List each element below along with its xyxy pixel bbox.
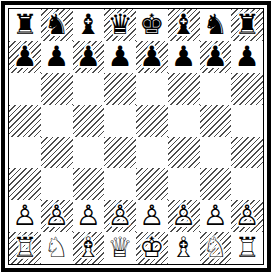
white-pawn: ♙ [108,202,133,230]
black-pawn: ♟ [12,43,37,71]
square-f1[interactable]: ♗ [168,232,200,264]
square-h4[interactable] [231,137,263,169]
square-g3[interactable] [200,168,232,200]
square-c1[interactable]: ♗ [73,232,105,264]
black-pawn: ♟ [139,43,164,71]
black-pawn: ♟ [44,43,69,71]
white-pawn: ♙ [12,202,37,230]
black-bishop: ♝ [171,11,196,39]
black-rook: ♜ [12,11,37,39]
white-pawn: ♙ [76,202,101,230]
square-d5[interactable] [104,105,136,137]
white-knight: ♘ [44,234,69,262]
black-knight: ♞ [44,11,69,39]
white-rook: ♖ [12,234,37,262]
square-b6[interactable] [41,73,73,105]
square-e8[interactable]: ♚ [136,9,168,41]
square-a8[interactable]: ♜ [9,9,41,41]
square-b1[interactable]: ♘ [41,232,73,264]
square-c3[interactable] [73,168,105,200]
square-g6[interactable] [200,73,232,105]
square-c8[interactable]: ♝ [73,9,105,41]
black-rook: ♜ [235,11,260,39]
black-knight: ♞ [203,11,228,39]
square-e5[interactable] [136,105,168,137]
square-b7[interactable]: ♟ [41,41,73,73]
square-c2[interactable]: ♙ [73,200,105,232]
square-c7[interactable]: ♟ [73,41,105,73]
white-queen: ♕ [108,234,133,262]
chess-board: ♜♞♝♛♚♝♞♜♟♟♟♟♟♟♟♟♙♙♙♙♙♙♙♙♖♘♗♕♔♗♘♖ [9,9,263,264]
square-f2[interactable]: ♙ [168,200,200,232]
square-f6[interactable] [168,73,200,105]
square-e3[interactable] [136,168,168,200]
square-h8[interactable]: ♜ [231,9,263,41]
square-a1[interactable]: ♖ [9,232,41,264]
white-rook: ♖ [235,234,260,262]
square-a5[interactable] [9,105,41,137]
square-b3[interactable] [41,168,73,200]
square-f5[interactable] [168,105,200,137]
square-b8[interactable]: ♞ [41,9,73,41]
square-g4[interactable] [200,137,232,169]
square-b4[interactable] [41,137,73,169]
square-h7[interactable]: ♟ [231,41,263,73]
square-a6[interactable] [9,73,41,105]
square-g5[interactable] [200,105,232,137]
black-pawn: ♟ [108,43,133,71]
square-h1[interactable]: ♖ [231,232,263,264]
black-bishop: ♝ [76,11,101,39]
square-g1[interactable]: ♘ [200,232,232,264]
white-knight: ♘ [203,234,228,262]
white-pawn: ♙ [235,202,260,230]
square-a2[interactable]: ♙ [9,200,41,232]
black-king: ♚ [139,11,164,39]
square-d4[interactable] [104,137,136,169]
square-b5[interactable] [41,105,73,137]
square-e2[interactable]: ♙ [136,200,168,232]
square-h6[interactable] [231,73,263,105]
board-outer-frame: ♜♞♝♛♚♝♞♜♟♟♟♟♟♟♟♟♙♙♙♙♙♙♙♙♖♘♗♕♔♗♘♖ [1,1,271,272]
white-pawn: ♙ [203,202,228,230]
black-pawn: ♟ [235,43,260,71]
square-a3[interactable] [9,168,41,200]
square-a7[interactable]: ♟ [9,41,41,73]
white-pawn: ♙ [171,202,196,230]
square-d2[interactable]: ♙ [104,200,136,232]
square-e1[interactable]: ♔ [136,232,168,264]
square-h2[interactable]: ♙ [231,200,263,232]
square-c5[interactable] [73,105,105,137]
square-h3[interactable] [231,168,263,200]
square-d7[interactable]: ♟ [104,41,136,73]
black-queen: ♛ [108,11,133,39]
white-bishop: ♗ [171,234,196,262]
square-d3[interactable] [104,168,136,200]
square-d6[interactable] [104,73,136,105]
white-pawn: ♙ [139,202,164,230]
black-pawn: ♟ [203,43,228,71]
square-d8[interactable]: ♛ [104,9,136,41]
square-b2[interactable]: ♙ [41,200,73,232]
square-c6[interactable] [73,73,105,105]
white-bishop: ♗ [76,234,101,262]
square-g7[interactable]: ♟ [200,41,232,73]
chess-diagram: ♜♞♝♛♚♝♞♜♟♟♟♟♟♟♟♟♙♙♙♙♙♙♙♙♖♘♗♕♔♗♘♖ [0,0,272,273]
square-h5[interactable] [231,105,263,137]
square-f3[interactable] [168,168,200,200]
square-a4[interactable] [9,137,41,169]
square-e7[interactable]: ♟ [136,41,168,73]
square-c4[interactable] [73,137,105,169]
square-f4[interactable] [168,137,200,169]
board-inner-frame: ♜♞♝♛♚♝♞♜♟♟♟♟♟♟♟♟♙♙♙♙♙♙♙♙♖♘♗♕♔♗♘♖ [8,8,264,265]
white-king: ♔ [139,234,164,262]
black-pawn: ♟ [76,43,101,71]
square-e4[interactable] [136,137,168,169]
square-e6[interactable] [136,73,168,105]
square-f8[interactable]: ♝ [168,9,200,41]
square-g8[interactable]: ♞ [200,9,232,41]
square-d1[interactable]: ♕ [104,232,136,264]
white-pawn: ♙ [44,202,69,230]
square-f7[interactable]: ♟ [168,41,200,73]
black-pawn: ♟ [171,43,196,71]
square-g2[interactable]: ♙ [200,200,232,232]
